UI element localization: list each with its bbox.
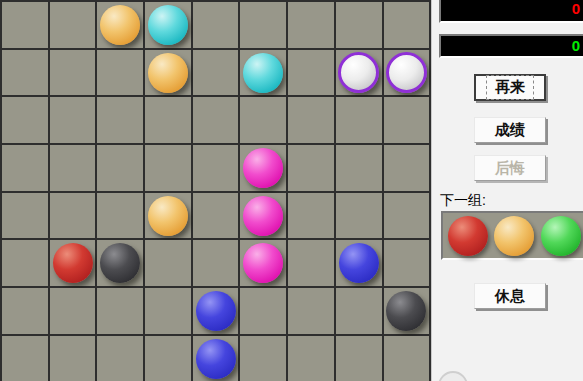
board-cell[interactable] [145,193,191,239]
ball-blue[interactable] [196,291,236,331]
score-display-red: 0 [439,0,583,23]
board-cell[interactable] [50,50,96,96]
next-ball-orange [494,216,534,256]
ball-red[interactable] [53,243,93,283]
board-cell[interactable] [288,145,334,191]
rest-button-label: 休息 [495,287,525,306]
ball-orange[interactable] [148,196,188,236]
next-group-label: 下一组: [440,192,486,210]
board-cell[interactable] [336,2,382,48]
board-cell[interactable] [240,240,286,286]
board-cell[interactable] [50,240,96,286]
board-cell[interactable] [145,50,191,96]
next-ball-red [448,216,488,256]
board-cell[interactable] [193,240,239,286]
board-cell[interactable] [384,240,430,286]
board-cell[interactable] [2,145,48,191]
ball-magenta[interactable] [243,243,283,283]
ball-black[interactable] [386,291,426,331]
board-cell[interactable] [97,97,143,143]
board-cell[interactable] [193,145,239,191]
board-cell[interactable] [2,288,48,334]
board-cell[interactable] [193,336,239,381]
ball-orange[interactable] [148,53,188,93]
board-cell[interactable] [97,2,143,48]
score-button[interactable]: 成绩 [474,117,546,143]
ball-white[interactable] [386,52,427,93]
ball-white[interactable] [338,52,379,93]
board-cell[interactable] [336,50,382,96]
board-cell[interactable] [384,50,430,96]
board-cell[interactable] [336,193,382,239]
board-cell[interactable] [97,193,143,239]
board-cell[interactable] [2,97,48,143]
partial-ball-decoration [438,371,468,381]
board-cell[interactable] [145,97,191,143]
board-cell[interactable] [145,288,191,334]
board-cell[interactable] [336,288,382,334]
board-cell[interactable] [145,2,191,48]
board-cell[interactable] [288,50,334,96]
board-cell[interactable] [288,288,334,334]
color-lines-game-window: 0 0 再来 成绩 后悔 下一组: 休息 [0,0,583,381]
board-cell[interactable] [97,288,143,334]
ball-cyan[interactable] [243,53,283,93]
ball-orange[interactable] [100,5,140,45]
board-cell[interactable] [288,97,334,143]
board-cell[interactable] [193,50,239,96]
board-cell[interactable] [50,97,96,143]
board-cell[interactable] [50,193,96,239]
board-cell[interactable] [288,240,334,286]
board-cell[interactable] [240,2,286,48]
score-button-label: 成绩 [495,121,525,140]
board-cell[interactable] [145,240,191,286]
ball-blue[interactable] [196,339,236,379]
board-cell[interactable] [193,193,239,239]
board-cell[interactable] [288,336,334,381]
board-cell[interactable] [384,193,430,239]
board-cell[interactable] [384,97,430,143]
ball-black[interactable] [100,243,140,283]
board-cell[interactable] [2,50,48,96]
restart-button[interactable]: 再来 [474,74,546,101]
undo-button-label: 后悔 [495,159,525,178]
score-value-green: 0 [572,37,580,54]
board-cell[interactable] [336,97,382,143]
ball-blue[interactable] [339,243,379,283]
board-cell[interactable] [240,288,286,334]
board-cell[interactable] [240,97,286,143]
restart-button-label: 再来 [486,75,534,100]
board-cell[interactable] [97,336,143,381]
undo-button: 后悔 [474,155,546,181]
board-cell[interactable] [240,193,286,239]
board-cell[interactable] [336,145,382,191]
board-cell[interactable] [384,2,430,48]
board-cell[interactable] [2,2,48,48]
board-cell[interactable] [50,2,96,48]
board-cell[interactable] [384,288,430,334]
board-cell[interactable] [288,2,334,48]
board-cell[interactable] [336,336,382,381]
board-cell[interactable] [193,288,239,334]
board-cell[interactable] [97,50,143,96]
ball-cyan[interactable] [148,5,188,45]
game-board [0,0,431,381]
board-cell[interactable] [336,240,382,286]
board-cell[interactable] [2,336,48,381]
side-panel: 0 0 再来 成绩 后悔 下一组: 休息 [431,0,583,381]
score-display-green: 0 [439,34,583,58]
board-cell[interactable] [145,336,191,381]
score-value-red: 0 [572,0,580,17]
board-cell[interactable] [240,336,286,381]
board-cell[interactable] [50,288,96,334]
rest-button[interactable]: 休息 [474,283,546,309]
board-grid[interactable] [0,0,431,381]
board-cell[interactable] [145,145,191,191]
board-cell[interactable] [2,240,48,286]
board-cell[interactable] [97,240,143,286]
board-cell[interactable] [193,2,239,48]
ball-magenta[interactable] [243,148,283,188]
board-cell[interactable] [240,145,286,191]
board-cell[interactable] [240,50,286,96]
board-cell[interactable] [193,97,239,143]
board-cell[interactable] [384,145,430,191]
board-cell[interactable] [50,145,96,191]
board-cell[interactable] [288,193,334,239]
ball-magenta[interactable] [243,196,283,236]
board-cell[interactable] [50,336,96,381]
board-cell[interactable] [384,336,430,381]
next-ball-green [541,216,581,256]
next-balls-preview [441,211,583,260]
board-cell[interactable] [97,145,143,191]
board-cell[interactable] [2,193,48,239]
